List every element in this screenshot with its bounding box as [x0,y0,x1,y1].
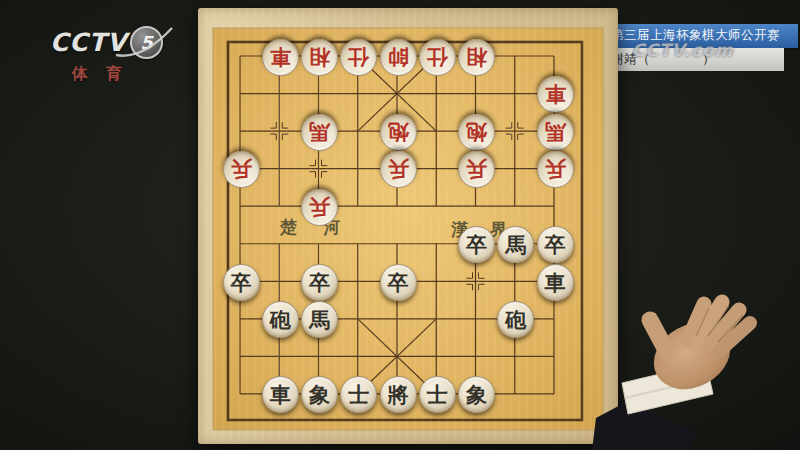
piece-black-elephant: 象 [458,376,495,413]
piece-black-elephant: 象 [301,376,338,413]
piece-red-advisor: 仕 [419,39,456,76]
player-name-bar: 谢靖（ ） [606,48,784,71]
cctv-logo-text: CCTV [50,28,127,57]
piece-red-soldier: 兵 [223,151,260,188]
broadcast-frame: CCTV 5 体育 第三届上海杯象棋大师公开赛 谢靖（ ） CCTV.com [0,0,800,450]
piece-black-advisor: 士 [340,376,377,413]
piece-red-soldier: 兵 [537,151,574,188]
piece-black-general: 將 [380,376,417,413]
cctv5-subtitle: 体育 [72,64,163,85]
thumb [650,320,666,350]
piece-black-soldier: 卒 [301,264,338,301]
piece-red-general: 帥 [380,39,417,76]
cctv5-circle: 5 [130,26,163,59]
board-pieces-layer: 車相仕帥仕相車馬炮炮馬兵兵兵兵兵卒馬卒卒卒卒車砲馬砲車象士將士象 [198,8,618,444]
piece-red-horse: 馬 [301,114,338,151]
piece-red-elephant: 相 [301,39,338,76]
piece-red-soldier: 兵 [458,151,495,188]
piece-black-cannon: 砲 [262,301,299,338]
event-title: 第三届上海杯象棋大师公开赛 [606,24,798,48]
piece-red-soldier: 兵 [380,151,417,188]
xiangqi-board: 楚河 漢界 車相仕帥仕相車馬炮炮馬兵兵兵兵兵卒馬卒卒卒卒車砲馬砲車象士將士象 [198,8,618,444]
piece-red-soldier: 兵 [301,189,338,226]
piece-black-chariot: 車 [537,264,574,301]
piece-black-soldier: 卒 [458,226,495,263]
piece-red-cannon: 炮 [380,114,417,151]
piece-black-soldier: 卒 [223,264,260,301]
player-name-text: 谢靖（ ） [611,51,715,66]
piece-red-cannon: 炮 [458,114,495,151]
piece-black-chariot: 車 [262,376,299,413]
piece-red-elephant: 相 [458,39,495,76]
piece-red-chariot: 車 [262,39,299,76]
piece-black-soldier: 卒 [537,226,574,263]
cctv5-number: 5 [140,32,153,53]
piece-black-horse: 馬 [497,226,534,263]
cctv5-logo-row: CCTV 5 [50,26,163,59]
player-hand [592,292,792,450]
piece-red-advisor: 仕 [340,39,377,76]
cctv5-logo: CCTV 5 体育 [50,26,163,85]
event-banner: 第三届上海杯象棋大师公开赛 谢靖（ ） CCTV.com [606,24,798,71]
piece-red-chariot: 車 [537,76,574,113]
piece-black-cannon: 砲 [497,301,534,338]
piece-black-advisor: 士 [419,376,456,413]
piece-red-horse: 馬 [537,114,574,151]
piece-black-soldier: 卒 [380,264,417,301]
piece-black-horse: 馬 [301,301,338,338]
